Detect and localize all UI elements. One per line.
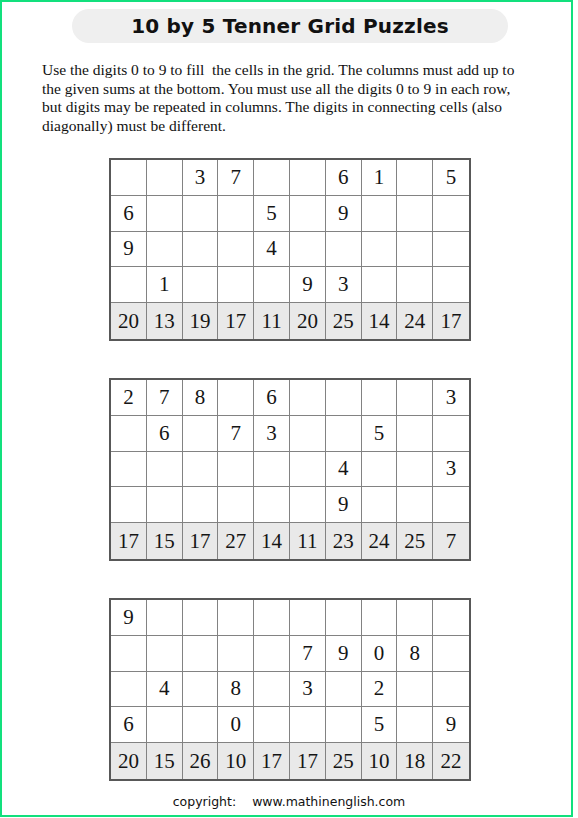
column-sum-cell: 19 [183,303,219,339]
empty-cell[interactable] [218,636,254,672]
given-digit-cell: 9 [433,707,469,743]
empty-cell[interactable] [183,600,219,636]
column-sum-cell: 15 [147,743,183,779]
empty-cell[interactable] [147,707,183,743]
empty-cell[interactable] [326,707,362,743]
page-title-text: 10 by 5 Tenner Grid Puzzles [131,14,449,38]
empty-cell[interactable] [183,232,219,268]
column-sum-cell: 17 [183,523,219,559]
empty-cell[interactable] [326,416,362,452]
empty-cell[interactable] [397,196,433,232]
column-sum-cell: 17 [290,743,326,779]
empty-cell[interactable] [397,707,433,743]
empty-cell[interactable] [397,452,433,488]
instructions-text: Use the digits 0 to 9 to fill the cells … [42,61,550,135]
empty-cell[interactable] [254,160,290,196]
empty-cell[interactable] [254,672,290,708]
empty-cell[interactable] [433,267,469,303]
empty-cell[interactable] [147,636,183,672]
given-digit-cell: 1 [147,267,183,303]
empty-cell[interactable] [183,707,219,743]
empty-cell[interactable] [218,196,254,232]
tenner-grid-1: 376156599419320131917112025142417 [109,158,471,341]
empty-cell[interactable] [111,672,147,708]
empty-cell[interactable] [433,672,469,708]
empty-cell[interactable] [111,452,147,488]
empty-cell[interactable] [397,232,433,268]
given-digit-cell: 0 [218,707,254,743]
empty-cell[interactable] [397,160,433,196]
column-sum-cell: 27 [218,523,254,559]
column-sum-cell: 10 [218,743,254,779]
empty-cell[interactable] [147,600,183,636]
empty-cell[interactable] [397,380,433,416]
empty-cell[interactable] [326,600,362,636]
given-digit-cell: 9 [111,600,147,636]
empty-cell[interactable] [362,196,398,232]
given-digit-cell: 6 [326,160,362,196]
column-sum-cell: 20 [111,743,147,779]
given-digit-cell: 3 [326,267,362,303]
column-sum-cell: 23 [326,523,362,559]
given-digit-cell: 0 [362,636,398,672]
empty-cell[interactable] [111,416,147,452]
empty-cell[interactable] [326,380,362,416]
given-digit-cell: 6 [111,707,147,743]
empty-cell[interactable] [290,416,326,452]
column-sum-cell: 14 [362,303,398,339]
empty-cell[interactable] [183,487,219,523]
copyright-site: www.mathinenglish.com [252,794,405,809]
column-sum-cell: 15 [147,523,183,559]
column-sum-cell: 10 [362,743,398,779]
given-digit-cell: 2 [111,380,147,416]
empty-cell[interactable] [362,600,398,636]
empty-cell[interactable] [147,487,183,523]
empty-cell[interactable] [290,707,326,743]
column-sum-cell: 11 [290,523,326,559]
column-sum-cell: 17 [218,303,254,339]
tenner-grid-2: 2786367354391715172714112324257 [109,378,471,561]
empty-cell[interactable] [433,196,469,232]
empty-cell[interactable] [218,380,254,416]
column-sum-cell: 17 [433,303,469,339]
given-digit-cell: 8 [218,672,254,708]
given-digit-cell: 5 [433,160,469,196]
empty-cell[interactable] [433,487,469,523]
given-digit-cell: 4 [326,452,362,488]
given-digit-cell: 1 [362,160,398,196]
column-sum-cell: 25 [326,303,362,339]
column-sum-cell: 7 [433,523,469,559]
empty-cell[interactable] [290,196,326,232]
empty-cell[interactable] [362,232,398,268]
empty-cell[interactable] [183,672,219,708]
column-sum-cell: 26 [183,743,219,779]
column-sum-cell: 20 [290,303,326,339]
given-digit-cell: 6 [147,416,183,452]
empty-cell[interactable] [290,380,326,416]
column-sum-cell: 11 [254,303,290,339]
given-digit-cell: 3 [254,416,290,452]
empty-cell[interactable] [433,232,469,268]
tenner-grid-3: 979084832605920152610171725101822 [109,598,471,781]
empty-cell[interactable] [183,267,219,303]
empty-cell[interactable] [147,232,183,268]
empty-cell[interactable] [362,267,398,303]
given-digit-cell: 3 [433,380,469,416]
given-digit-cell: 7 [218,160,254,196]
empty-cell[interactable] [397,267,433,303]
column-sum-cell: 17 [111,523,147,559]
column-sum-cell: 20 [111,303,147,339]
given-digit-cell: 5 [362,416,398,452]
page-title: 10 by 5 Tenner Grid Puzzles [72,9,508,43]
given-digit-cell: 7 [147,380,183,416]
given-digit-cell: 8 [397,636,433,672]
column-sum-cell: 24 [397,303,433,339]
empty-cell[interactable] [290,232,326,268]
given-digit-cell: 6 [254,380,290,416]
given-digit-cell: 7 [218,416,254,452]
column-sum-cell: 25 [326,743,362,779]
empty-cell[interactable] [290,452,326,488]
empty-cell[interactable] [397,416,433,452]
column-sum-cell: 25 [397,523,433,559]
empty-cell[interactable] [254,452,290,488]
empty-cell[interactable] [254,636,290,672]
empty-cell[interactable] [254,600,290,636]
empty-cell[interactable] [147,196,183,232]
given-digit-cell: 2 [362,672,398,708]
empty-cell[interactable] [362,487,398,523]
empty-cell[interactable] [147,452,183,488]
copyright-label: copyright: [173,794,236,809]
given-digit-cell: 4 [147,672,183,708]
empty-cell[interactable] [218,232,254,268]
given-digit-cell: 9 [111,232,147,268]
empty-cell[interactable] [362,380,398,416]
empty-cell[interactable] [147,160,183,196]
empty-cell[interactable] [183,416,219,452]
empty-cell[interactable] [433,636,469,672]
given-digit-cell: 9 [326,636,362,672]
given-digit-cell: 5 [362,707,398,743]
given-digit-cell: 7 [290,636,326,672]
column-sum-cell: 13 [147,303,183,339]
empty-cell[interactable] [362,452,398,488]
empty-cell[interactable] [326,232,362,268]
empty-cell[interactable] [183,452,219,488]
empty-cell[interactable] [218,600,254,636]
column-sum-cell: 14 [254,523,290,559]
column-sum-cell: 22 [433,743,469,779]
column-sum-cell: 18 [397,743,433,779]
column-sum-cell: 17 [254,743,290,779]
given-digit-cell: 6 [111,196,147,232]
copyright-line: copyright:www.mathinenglish.com [0,794,578,809]
empty-cell[interactable] [254,487,290,523]
empty-cell[interactable] [218,487,254,523]
given-digit-cell: 4 [254,232,290,268]
empty-cell[interactable] [111,636,147,672]
empty-cell[interactable] [397,487,433,523]
worksheet-page: 10 by 5 Tenner Grid Puzzles Use the digi… [0,0,578,818]
empty-cell[interactable] [290,160,326,196]
empty-cell[interactable] [111,487,147,523]
empty-cell[interactable] [111,267,147,303]
empty-cell[interactable] [183,196,219,232]
empty-cell[interactable] [254,707,290,743]
given-digit-cell: 3 [290,672,326,708]
empty-cell[interactable] [290,487,326,523]
empty-cell[interactable] [218,267,254,303]
given-digit-cell: 9 [326,487,362,523]
empty-cell[interactable] [433,416,469,452]
empty-cell[interactable] [111,160,147,196]
given-digit-cell: 8 [183,380,219,416]
given-digit-cell: 3 [433,452,469,488]
empty-cell[interactable] [397,672,433,708]
empty-cell[interactable] [218,452,254,488]
column-sum-cell: 24 [362,523,398,559]
empty-cell[interactable] [397,600,433,636]
given-digit-cell: 9 [326,196,362,232]
empty-cell[interactable] [254,267,290,303]
empty-cell[interactable] [183,636,219,672]
given-digit-cell: 3 [183,160,219,196]
empty-cell[interactable] [433,600,469,636]
given-digit-cell: 5 [254,196,290,232]
empty-cell[interactable] [326,672,362,708]
empty-cell[interactable] [290,600,326,636]
given-digit-cell: 9 [290,267,326,303]
